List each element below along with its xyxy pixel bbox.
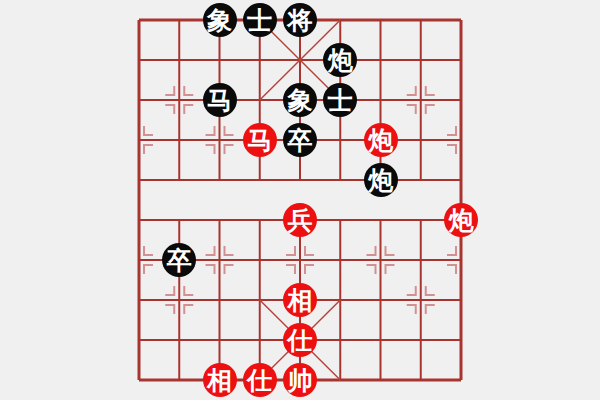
- piece-black-soldier[interactable]: 卒: [162, 243, 196, 277]
- piece-red-cannon[interactable]: 炮: [444, 203, 478, 237]
- piece-black-advisor[interactable]: 士: [243, 3, 277, 37]
- piece-red-general[interactable]: 帅: [283, 363, 317, 397]
- xiangqi-app: 象士将炮马象士卒炮卒马炮兵炮相仕相仕帅: [0, 0, 600, 400]
- piece-black-horse[interactable]: 马: [203, 83, 237, 117]
- piece-black-elephant[interactable]: 象: [203, 3, 237, 37]
- piece-red-elephant[interactable]: 相: [283, 283, 317, 317]
- piece-black-elephant[interactable]: 象: [283, 83, 317, 117]
- piece-red-advisor[interactable]: 仕: [243, 363, 277, 397]
- piece-black-cannon[interactable]: 炮: [364, 163, 398, 197]
- piece-black-soldier[interactable]: 卒: [283, 123, 317, 157]
- piece-black-general[interactable]: 将: [283, 3, 317, 37]
- piece-red-elephant[interactable]: 相: [203, 363, 237, 397]
- piece-black-cannon[interactable]: 炮: [323, 43, 357, 77]
- piece-red-horse[interactable]: 马: [243, 123, 277, 157]
- piece-red-advisor[interactable]: 仕: [283, 323, 317, 357]
- piece-red-cannon[interactable]: 炮: [364, 123, 398, 157]
- pieces-layer: 象士将炮马象士卒炮卒马炮兵炮相仕相仕帅: [0, 0, 600, 400]
- piece-black-advisor[interactable]: 士: [323, 83, 357, 117]
- piece-red-soldier[interactable]: 兵: [283, 203, 317, 237]
